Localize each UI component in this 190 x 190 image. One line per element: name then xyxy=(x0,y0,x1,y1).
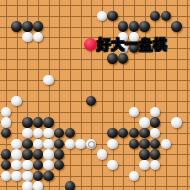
black-stone xyxy=(33,149,43,159)
white-stone xyxy=(86,139,96,149)
black-stone xyxy=(43,171,53,181)
grid-line-vertical xyxy=(91,0,92,190)
white-stone xyxy=(161,139,171,149)
white-stone xyxy=(22,160,32,170)
white-stone xyxy=(107,139,117,149)
black-stone xyxy=(118,53,128,63)
white-stone xyxy=(65,139,75,149)
white-stone xyxy=(43,75,53,85)
black-stone xyxy=(150,117,160,127)
black-stone xyxy=(118,21,128,31)
black-stone xyxy=(33,160,43,170)
black-stone xyxy=(65,181,75,190)
black-stone xyxy=(139,128,149,138)
black-stone xyxy=(22,117,32,127)
black-stone xyxy=(139,149,149,159)
black-stone xyxy=(33,117,43,127)
black-stone xyxy=(11,21,21,31)
black-stone xyxy=(161,11,171,21)
black-stone xyxy=(150,139,160,149)
white-stone xyxy=(171,117,181,127)
black-stone xyxy=(86,96,96,106)
black-stone xyxy=(150,11,160,21)
white-stone xyxy=(11,160,21,170)
white-stone xyxy=(1,171,11,181)
white-stone xyxy=(75,139,85,149)
grid-line-horizontal xyxy=(0,5,190,6)
white-stone xyxy=(1,107,11,117)
white-stone xyxy=(150,128,160,138)
white-stone xyxy=(11,139,21,149)
black-stone xyxy=(1,160,11,170)
black-stone xyxy=(22,149,32,159)
white-stone xyxy=(11,96,21,106)
white-stone xyxy=(43,128,53,138)
black-stone xyxy=(129,128,139,138)
white-stone xyxy=(150,160,160,170)
white-stone xyxy=(97,11,107,21)
white-stone xyxy=(139,160,149,170)
black-stone xyxy=(54,139,64,149)
black-stone xyxy=(107,128,117,138)
white-stone xyxy=(43,149,53,159)
white-stone xyxy=(150,107,160,117)
white-stone xyxy=(43,139,53,149)
black-stone xyxy=(33,21,43,31)
black-stone xyxy=(139,21,149,31)
black-stone xyxy=(33,171,43,181)
white-stone xyxy=(22,32,32,42)
black-stone xyxy=(65,128,75,138)
white-stone xyxy=(129,171,139,181)
black-stone xyxy=(1,128,11,138)
white-stone xyxy=(22,181,32,190)
grid-line-horizontal xyxy=(0,69,190,70)
grid-line-vertical xyxy=(166,0,167,190)
black-stone xyxy=(139,139,149,149)
black-stone xyxy=(107,53,117,63)
grid-line-horizontal xyxy=(0,80,190,81)
grid-line-vertical xyxy=(81,0,82,190)
black-stone xyxy=(54,128,64,138)
black-stone xyxy=(1,149,11,159)
white-stone xyxy=(22,128,32,138)
grid-line-vertical xyxy=(70,0,71,190)
last-move-marker xyxy=(88,141,95,148)
grid-line-vertical xyxy=(102,0,103,190)
white-stone xyxy=(97,149,107,159)
black-stone xyxy=(129,21,139,31)
white-stone xyxy=(129,107,139,117)
black-stone xyxy=(107,11,117,21)
grid-line-horizontal xyxy=(0,59,190,60)
black-stone xyxy=(129,139,139,149)
grid-line-vertical xyxy=(187,0,188,190)
caption-text: 好大一盘棋 xyxy=(97,37,167,52)
black-stone xyxy=(43,117,53,127)
white-stone xyxy=(43,160,53,170)
black-stone xyxy=(54,149,64,159)
black-stone xyxy=(54,160,64,170)
white-stone xyxy=(1,117,11,127)
black-stone xyxy=(150,149,160,159)
black-stone xyxy=(22,139,32,149)
grid-line-horizontal xyxy=(0,90,190,91)
black-stone xyxy=(171,21,181,31)
white-stone xyxy=(107,160,117,170)
white-stone xyxy=(33,128,43,138)
grid-line-horizontal xyxy=(0,112,190,113)
white-stone xyxy=(11,149,21,159)
white-stone xyxy=(11,171,21,181)
go-board[interactable]: 好大一盘棋 xyxy=(0,0,190,190)
white-stone xyxy=(139,117,149,127)
white-stone xyxy=(33,181,43,190)
black-stone xyxy=(118,128,128,138)
white-stone xyxy=(33,139,43,149)
white-stone xyxy=(22,171,32,181)
white-stone xyxy=(33,32,43,42)
black-stone xyxy=(22,21,32,31)
red-dot-badge xyxy=(84,38,97,51)
